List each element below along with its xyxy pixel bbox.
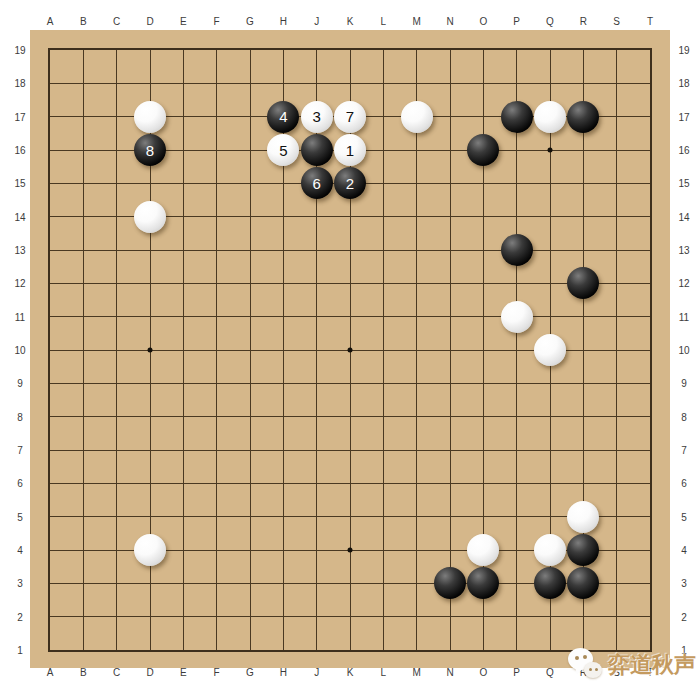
- move-number: 7: [346, 109, 354, 124]
- move-number: 5: [279, 143, 287, 158]
- row-label-right-2: 2: [681, 611, 687, 622]
- col-label-top-T: T: [647, 16, 653, 27]
- col-label-bottom-O: O: [479, 667, 487, 678]
- col-label-bottom-B: B: [80, 667, 87, 678]
- row-label-left-12: 12: [14, 278, 25, 289]
- row-label-left-9: 9: [17, 378, 23, 389]
- watermark-text: 弈道秋声: [608, 650, 696, 680]
- col-label-bottom-H: H: [280, 667, 287, 678]
- star-point: [348, 348, 353, 353]
- grid-line-vertical: [416, 50, 417, 650]
- row-label-right-3: 3: [681, 578, 687, 589]
- stone-white-K17: 7: [334, 101, 366, 133]
- row-label-left-2: 2: [17, 611, 23, 622]
- col-label-bottom-J: J: [314, 667, 319, 678]
- col-label-top-R: R: [580, 16, 587, 27]
- row-label-left-1: 1: [17, 645, 23, 656]
- col-label-top-Q: Q: [546, 16, 554, 27]
- col-label-bottom-N: N: [446, 667, 453, 678]
- watermark: 弈道秋声: [566, 644, 696, 686]
- row-label-left-10: 10: [14, 345, 25, 356]
- grid-line-vertical: [516, 50, 517, 650]
- col-label-top-S: S: [613, 16, 620, 27]
- col-label-top-D: D: [146, 16, 153, 27]
- col-label-top-A: A: [47, 16, 54, 27]
- col-label-bottom-P: P: [513, 667, 520, 678]
- move-number: 6: [312, 176, 320, 191]
- col-label-top-B: B: [80, 16, 87, 27]
- star-point: [348, 548, 353, 553]
- go-diagram: AABBCCDDEEFFGGHHJJKKLLMMNNOOPPQQRRSSTT19…: [0, 0, 700, 700]
- row-label-left-7: 7: [17, 445, 23, 456]
- row-label-right-19: 19: [678, 45, 689, 56]
- col-label-bottom-M: M: [412, 667, 420, 678]
- col-label-top-L: L: [381, 16, 387, 27]
- move-number: 4: [279, 109, 287, 124]
- col-label-bottom-K: K: [347, 667, 354, 678]
- stone-black-D16: 8: [134, 134, 166, 166]
- grid-line-horizontal: [50, 616, 650, 617]
- star-point: [548, 148, 553, 153]
- stone-black-H17: 4: [267, 101, 299, 133]
- row-label-left-11: 11: [15, 311, 25, 322]
- row-label-right-6: 6: [681, 478, 687, 489]
- row-label-right-16: 16: [678, 145, 689, 156]
- stone-black-K15: 2: [334, 167, 366, 199]
- stone-black-Q3: [534, 567, 566, 599]
- stone-white-O4: [467, 534, 499, 566]
- stone-white-D4: [134, 534, 166, 566]
- col-label-bottom-C: C: [113, 667, 120, 678]
- grid-line-vertical: [383, 50, 384, 650]
- col-label-bottom-A: A: [47, 667, 54, 678]
- move-number: 2: [346, 176, 354, 191]
- col-label-bottom-G: G: [246, 667, 254, 678]
- col-label-top-E: E: [180, 16, 187, 27]
- grid-line-horizontal: [50, 383, 650, 384]
- stone-black-N3: [434, 567, 466, 599]
- stone-white-P11: [501, 301, 533, 333]
- row-label-right-11: 11: [679, 311, 689, 322]
- col-label-top-G: G: [246, 16, 254, 27]
- stone-black-R4: [567, 534, 599, 566]
- col-label-top-K: K: [347, 16, 354, 27]
- col-label-bottom-E: E: [180, 667, 187, 678]
- stone-black-P17: [501, 101, 533, 133]
- row-label-right-10: 10: [678, 345, 689, 356]
- stone-black-J15: 6: [301, 167, 333, 199]
- stone-black-R12: [567, 267, 599, 299]
- row-label-left-13: 13: [14, 245, 25, 256]
- stone-white-Q10: [534, 334, 566, 366]
- col-label-bottom-D: D: [146, 667, 153, 678]
- col-label-bottom-L: L: [381, 667, 387, 678]
- col-label-top-N: N: [446, 16, 453, 27]
- stone-black-O3: [467, 567, 499, 599]
- row-label-right-15: 15: [678, 178, 689, 189]
- row-label-right-14: 14: [678, 211, 689, 222]
- stone-black-P13: [501, 234, 533, 266]
- stone-white-D17: [134, 101, 166, 133]
- stone-white-M17: [401, 101, 433, 133]
- row-label-right-17: 17: [678, 111, 689, 122]
- row-label-left-5: 5: [17, 511, 23, 522]
- stone-white-H16: 5: [267, 134, 299, 166]
- row-label-left-15: 15: [14, 178, 25, 189]
- row-label-left-19: 19: [14, 45, 25, 56]
- row-label-right-18: 18: [678, 78, 689, 89]
- grid-line-horizontal: [50, 516, 650, 517]
- col-label-top-C: C: [113, 16, 120, 27]
- col-label-bottom-F: F: [214, 667, 220, 678]
- col-label-top-H: H: [280, 16, 287, 27]
- row-label-right-5: 5: [681, 511, 687, 522]
- grid-line-horizontal: [50, 416, 650, 417]
- row-label-left-16: 16: [14, 145, 25, 156]
- row-label-left-14: 14: [14, 211, 25, 222]
- row-label-left-17: 17: [14, 111, 25, 122]
- row-label-right-12: 12: [678, 278, 689, 289]
- row-label-left-3: 3: [17, 578, 23, 589]
- stone-white-Q4: [534, 534, 566, 566]
- stone-black-O16: [467, 134, 499, 166]
- row-label-right-8: 8: [681, 411, 687, 422]
- stone-white-R5: [567, 501, 599, 533]
- stone-white-Q17: [534, 101, 566, 133]
- row-label-left-4: 4: [17, 545, 23, 556]
- stone-white-D14: [134, 201, 166, 233]
- row-label-left-8: 8: [17, 411, 23, 422]
- stone-white-J17: 3: [301, 101, 333, 133]
- col-label-top-F: F: [214, 16, 220, 27]
- grid-line-vertical: [616, 50, 617, 650]
- move-number: 1: [346, 143, 354, 158]
- row-label-right-7: 7: [681, 445, 687, 456]
- grid-line-vertical: [450, 50, 451, 650]
- move-number: 8: [146, 143, 154, 158]
- star-point: [148, 348, 153, 353]
- move-number: 3: [312, 109, 320, 124]
- row-label-right-13: 13: [678, 245, 689, 256]
- stone-black-R3: [567, 567, 599, 599]
- col-label-top-J: J: [314, 16, 319, 27]
- stone-black-J16: [301, 134, 333, 166]
- row-label-left-18: 18: [14, 78, 25, 89]
- stone-black-R17: [567, 101, 599, 133]
- row-label-right-9: 9: [681, 378, 687, 389]
- row-label-left-6: 6: [17, 478, 23, 489]
- col-label-top-M: M: [412, 16, 420, 27]
- col-label-top-O: O: [479, 16, 487, 27]
- row-label-right-4: 4: [681, 545, 687, 556]
- stone-white-K16: 1: [334, 134, 366, 166]
- col-label-top-P: P: [513, 16, 520, 27]
- col-label-bottom-Q: Q: [546, 667, 554, 678]
- wechat-icon: [566, 644, 606, 686]
- grid-line-horizontal: [50, 450, 650, 451]
- grid-line-horizontal: [50, 483, 650, 484]
